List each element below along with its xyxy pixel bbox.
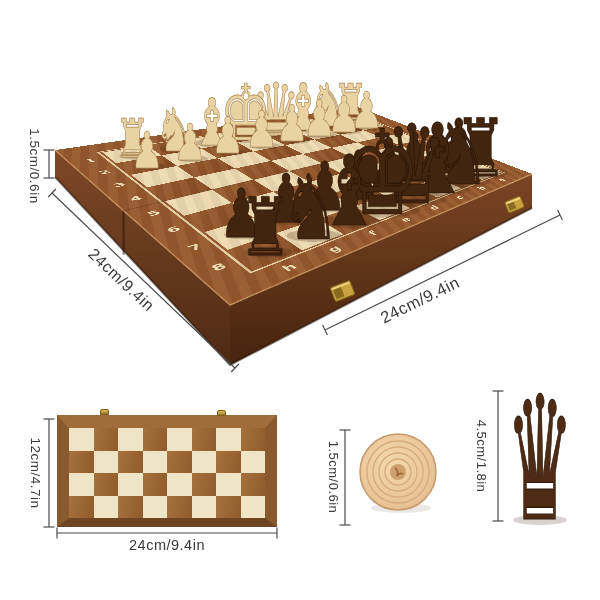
- piece-white-pawn-e2: ♟: [245, 100, 278, 158]
- dimension-label-checker-diameter: 1.5cm/0.6in: [326, 441, 341, 514]
- checker-piece: [360, 434, 436, 513]
- pieces-and-dimensions-layer: ♜♞♟♝♟♛♟♚♟♝♟♞♟♜♟♟♟♟♜♟♞♟♝♟♛♟♚♟♝♟♞♜ ♛: [0, 0, 600, 600]
- piece-white-pawn-f2: ♟: [211, 106, 244, 164]
- hinge-icon: [217, 410, 226, 416]
- piece-white-pawn-h2: ♟: [130, 121, 163, 179]
- dimension-label-folded-height: 12cm/4.7in: [28, 437, 43, 508]
- chess-pieces: ♜♞♟♝♟♛♟♚♟♝♟♞♟♜♟♟♟♟♜♟♞♟♝♟♛♟♚♟♝♟♞♜: [115, 67, 508, 274]
- queen-piece-closeup: ♛: [506, 360, 574, 559]
- piece-white-pawn-g2: ♟: [173, 113, 206, 171]
- dimension-line: [44, 419, 55, 527]
- dimension-label-queen-height: 4.5cm/1.8in: [474, 420, 489, 493]
- hinge-icon: [100, 409, 109, 415]
- dimension-line: [340, 430, 351, 525]
- queen-glyph: ♛: [506, 360, 574, 559]
- dimension-line: [44, 150, 55, 178]
- piece-black-rook-h8: ♜: [239, 181, 292, 274]
- product-photo-scene: 12345678hgfedcba ♜♞♟♝♟♛♟♚♟♝♟♞♟♜♟♟♟♟♜♟♞♟♝…: [0, 0, 600, 600]
- dimension-label-board-thickness: 1.5cm/0.6in: [27, 128, 42, 203]
- dimension-label-folded-width: 24cm/9.4in: [129, 537, 205, 553]
- dimension-line: [493, 391, 504, 521]
- piece-white-pawn-d2: ♟: [275, 95, 308, 153]
- dimension-line: [48, 189, 239, 372]
